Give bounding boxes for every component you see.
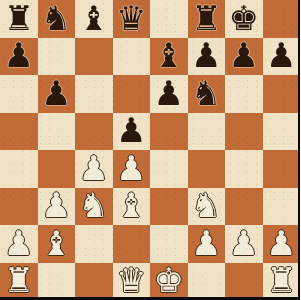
- square-c1[interactable]: [75, 263, 113, 300]
- square-g1[interactable]: [225, 263, 263, 300]
- square-a7[interactable]: ♟: [0, 38, 38, 76]
- square-d4[interactable]: ♟: [113, 150, 151, 188]
- square-f2[interactable]: ♟: [188, 225, 226, 263]
- piece-white-king[interactable]: ♚: [154, 263, 184, 297]
- square-g5[interactable]: [225, 113, 263, 151]
- square-f3[interactable]: ♞: [188, 188, 226, 226]
- square-c4[interactable]: ♟: [75, 150, 113, 188]
- square-g3[interactable]: [225, 188, 263, 226]
- square-b4[interactable]: [38, 150, 76, 188]
- square-f4[interactable]: [188, 150, 226, 188]
- piece-white-pawn[interactable]: ♟: [266, 226, 296, 260]
- piece-black-queen[interactable]: ♛: [116, 1, 146, 35]
- piece-black-knight[interactable]: ♞: [191, 76, 221, 110]
- piece-black-rook[interactable]: ♜: [4, 1, 34, 35]
- square-g4[interactable]: [225, 150, 263, 188]
- square-g8[interactable]: ♚: [225, 0, 263, 38]
- square-h5[interactable]: [263, 113, 301, 151]
- square-h2[interactable]: ♟: [263, 225, 301, 263]
- square-h4[interactable]: [263, 150, 301, 188]
- square-c6[interactable]: [75, 75, 113, 113]
- square-e4[interactable]: [150, 150, 188, 188]
- square-c3[interactable]: ♞: [75, 188, 113, 226]
- square-e7[interactable]: ♝: [150, 38, 188, 76]
- square-f6[interactable]: ♞: [188, 75, 226, 113]
- square-h8[interactable]: [263, 0, 301, 38]
- square-f1[interactable]: [188, 263, 226, 300]
- square-f8[interactable]: ♜: [188, 0, 226, 38]
- square-d1[interactable]: ♛: [113, 263, 151, 300]
- square-e1[interactable]: ♚: [150, 263, 188, 300]
- piece-white-rook[interactable]: ♜: [4, 263, 34, 297]
- square-d6[interactable]: [113, 75, 151, 113]
- piece-white-knight[interactable]: ♞: [79, 188, 109, 222]
- square-e6[interactable]: ♟: [150, 75, 188, 113]
- square-a8[interactable]: ♜: [0, 0, 38, 38]
- piece-white-knight[interactable]: ♞: [191, 188, 221, 222]
- square-b6[interactable]: ♟: [38, 75, 76, 113]
- piece-black-pawn[interactable]: ♟: [266, 38, 296, 72]
- chess-board: ♜♞♝♛♜♚♟♝♟♟♟♟♟♞♟♟♟♟♞♝♞♟♝♟♟♟♜♛♚♜: [0, 0, 300, 300]
- square-b3[interactable]: ♟: [38, 188, 76, 226]
- square-d8[interactable]: ♛: [113, 0, 151, 38]
- square-a2[interactable]: ♟: [0, 225, 38, 263]
- square-d2[interactable]: [113, 225, 151, 263]
- square-c7[interactable]: [75, 38, 113, 76]
- square-c5[interactable]: [75, 113, 113, 151]
- square-h7[interactable]: ♟: [263, 38, 301, 76]
- chess-app-window: ♜♞♝♛♜♚♟♝♟♟♟♟♟♞♟♟♟♟♞♝♞♟♝♟♟♟♜♛♚♜: [0, 0, 300, 300]
- piece-black-bishop[interactable]: ♝: [79, 1, 109, 35]
- square-b8[interactable]: ♞: [38, 0, 76, 38]
- piece-black-bishop[interactable]: ♝: [154, 38, 184, 72]
- piece-black-rook[interactable]: ♜: [191, 1, 221, 35]
- piece-white-queen[interactable]: ♛: [116, 263, 146, 297]
- square-e8[interactable]: [150, 0, 188, 38]
- piece-white-pawn[interactable]: ♟: [79, 151, 109, 185]
- board-edge-right: [298, 0, 300, 300]
- square-g6[interactable]: [225, 75, 263, 113]
- piece-black-king[interactable]: ♚: [229, 1, 259, 35]
- square-a5[interactable]: [0, 113, 38, 151]
- square-a4[interactable]: [0, 150, 38, 188]
- square-e3[interactable]: [150, 188, 188, 226]
- square-h3[interactable]: [263, 188, 301, 226]
- piece-black-pawn[interactable]: ♟: [4, 38, 34, 72]
- piece-white-rook[interactable]: ♜: [266, 263, 296, 297]
- square-f7[interactable]: ♟: [188, 38, 226, 76]
- square-g2[interactable]: ♟: [225, 225, 263, 263]
- piece-black-knight[interactable]: ♞: [41, 1, 71, 35]
- piece-white-bishop[interactable]: ♝: [116, 188, 146, 222]
- square-d5[interactable]: ♟: [113, 113, 151, 151]
- piece-white-bishop[interactable]: ♝: [41, 226, 71, 260]
- square-f5[interactable]: [188, 113, 226, 151]
- square-c2[interactable]: [75, 225, 113, 263]
- piece-white-pawn[interactable]: ♟: [116, 151, 146, 185]
- square-b1[interactable]: [38, 263, 76, 300]
- square-h6[interactable]: [263, 75, 301, 113]
- piece-black-pawn[interactable]: ♟: [41, 76, 71, 110]
- square-e2[interactable]: [150, 225, 188, 263]
- piece-white-pawn[interactable]: ♟: [4, 226, 34, 260]
- piece-black-pawn[interactable]: ♟: [116, 113, 146, 147]
- piece-black-pawn[interactable]: ♟: [154, 76, 184, 110]
- piece-white-pawn[interactable]: ♟: [229, 226, 259, 260]
- square-a6[interactable]: [0, 75, 38, 113]
- piece-white-pawn[interactable]: ♟: [191, 226, 221, 260]
- piece-black-pawn[interactable]: ♟: [229, 38, 259, 72]
- square-d7[interactable]: [113, 38, 151, 76]
- square-e5[interactable]: [150, 113, 188, 151]
- square-d3[interactable]: ♝: [113, 188, 151, 226]
- piece-black-pawn[interactable]: ♟: [191, 38, 221, 72]
- square-a1[interactable]: ♜: [0, 263, 38, 300]
- square-b2[interactable]: ♝: [38, 225, 76, 263]
- square-h1[interactable]: ♜: [263, 263, 301, 300]
- square-b7[interactable]: [38, 38, 76, 76]
- square-g7[interactable]: ♟: [225, 38, 263, 76]
- square-a3[interactable]: [0, 188, 38, 226]
- square-b5[interactable]: [38, 113, 76, 151]
- piece-white-pawn[interactable]: ♟: [41, 188, 71, 222]
- square-c8[interactable]: ♝: [75, 0, 113, 38]
